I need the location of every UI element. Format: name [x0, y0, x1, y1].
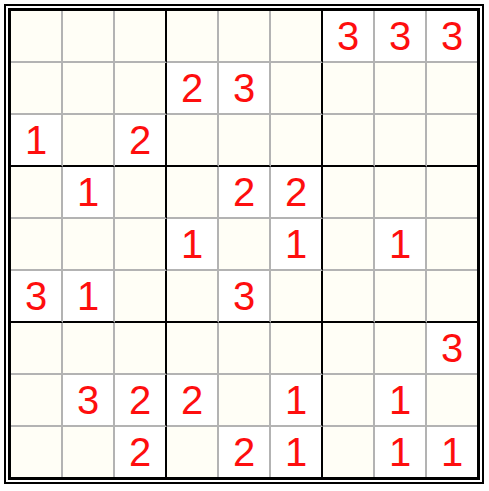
puzzle-frame: 333231212211131333221122111: [4, 4, 484, 484]
cell-r9c3[interactable]: 2: [115, 427, 167, 477]
cell-r7c2[interactable]: [63, 323, 115, 375]
cell-r6c6[interactable]: [271, 271, 323, 323]
cell-r4c4[interactable]: [167, 167, 219, 219]
cell-r1c2[interactable]: [63, 11, 115, 63]
cell-r2c7[interactable]: [323, 63, 375, 115]
cell-r1c6[interactable]: [271, 11, 323, 63]
cell-r3c8[interactable]: [375, 115, 427, 167]
cell-r7c7[interactable]: [323, 323, 375, 375]
cell-r5c2[interactable]: [63, 219, 115, 271]
cell-r5c1[interactable]: [11, 219, 63, 271]
cell-r5c9[interactable]: [427, 219, 477, 271]
cell-r3c6[interactable]: [271, 115, 323, 167]
cell-r8c4[interactable]: 2: [167, 375, 219, 427]
cell-r9c1[interactable]: [11, 427, 63, 477]
cell-r8c3[interactable]: 2: [115, 375, 167, 427]
cell-r8c8[interactable]: 1: [375, 375, 427, 427]
cell-r7c6[interactable]: [271, 323, 323, 375]
cell-r5c6[interactable]: 1: [271, 219, 323, 271]
cell-r8c6[interactable]: 1: [271, 375, 323, 427]
cell-r2c1[interactable]: [11, 63, 63, 115]
cell-r9c2[interactable]: [63, 427, 115, 477]
cell-r5c3[interactable]: [115, 219, 167, 271]
cell-r4c7[interactable]: [323, 167, 375, 219]
cell-r3c3[interactable]: 2: [115, 115, 167, 167]
cell-r4c5[interactable]: 2: [219, 167, 271, 219]
cell-r1c5[interactable]: [219, 11, 271, 63]
cell-r4c2[interactable]: 1: [63, 167, 115, 219]
cell-r4c9[interactable]: [427, 167, 477, 219]
cell-r4c8[interactable]: [375, 167, 427, 219]
cell-r1c4[interactable]: [167, 11, 219, 63]
cell-r1c1[interactable]: [11, 11, 63, 63]
cell-r6c1[interactable]: 3: [11, 271, 63, 323]
cell-r8c7[interactable]: [323, 375, 375, 427]
cell-r2c2[interactable]: [63, 63, 115, 115]
cell-r4c1[interactable]: [11, 167, 63, 219]
cell-r5c8[interactable]: 1: [375, 219, 427, 271]
cell-r6c3[interactable]: [115, 271, 167, 323]
cell-r9c4[interactable]: [167, 427, 219, 477]
cell-r4c3[interactable]: [115, 167, 167, 219]
cell-r7c4[interactable]: [167, 323, 219, 375]
cell-r7c5[interactable]: [219, 323, 271, 375]
cell-r9c8[interactable]: 1: [375, 427, 427, 477]
cell-r1c9[interactable]: 3: [427, 11, 477, 63]
cell-r4c6[interactable]: 2: [271, 167, 323, 219]
cell-r3c9[interactable]: [427, 115, 477, 167]
cell-r2c9[interactable]: [427, 63, 477, 115]
cell-r9c5[interactable]: 2: [219, 427, 271, 477]
cell-r2c5[interactable]: 3: [219, 63, 271, 115]
cell-r2c4[interactable]: 2: [167, 63, 219, 115]
cell-r3c4[interactable]: [167, 115, 219, 167]
cell-r1c8[interactable]: 3: [375, 11, 427, 63]
cell-r3c7[interactable]: [323, 115, 375, 167]
cell-r3c5[interactable]: [219, 115, 271, 167]
cell-r1c3[interactable]: [115, 11, 167, 63]
cell-r6c4[interactable]: [167, 271, 219, 323]
cell-r6c2[interactable]: 1: [63, 271, 115, 323]
sudoku-board: 333231212211131333221122111: [8, 8, 480, 480]
cell-r8c5[interactable]: [219, 375, 271, 427]
cell-r2c8[interactable]: [375, 63, 427, 115]
cell-r8c2[interactable]: 3: [63, 375, 115, 427]
cell-r5c4[interactable]: 1: [167, 219, 219, 271]
cell-r2c3[interactable]: [115, 63, 167, 115]
cell-r1c7[interactable]: 3: [323, 11, 375, 63]
cell-r3c1[interactable]: 1: [11, 115, 63, 167]
cell-r9c9[interactable]: 1: [427, 427, 477, 477]
cell-r5c7[interactable]: [323, 219, 375, 271]
cell-r7c9[interactable]: 3: [427, 323, 477, 375]
cell-r6c7[interactable]: [323, 271, 375, 323]
cell-r8c1[interactable]: [11, 375, 63, 427]
cell-r6c8[interactable]: [375, 271, 427, 323]
cell-r6c9[interactable]: [427, 271, 477, 323]
cell-r3c2[interactable]: [63, 115, 115, 167]
cell-r7c8[interactable]: [375, 323, 427, 375]
cell-r2c6[interactable]: [271, 63, 323, 115]
cell-r7c3[interactable]: [115, 323, 167, 375]
cell-r8c9[interactable]: [427, 375, 477, 427]
cell-r6c5[interactable]: 3: [219, 271, 271, 323]
cell-r7c1[interactable]: [11, 323, 63, 375]
cell-r9c6[interactable]: 1: [271, 427, 323, 477]
cell-r5c5[interactable]: [219, 219, 271, 271]
cell-r9c7[interactable]: [323, 427, 375, 477]
